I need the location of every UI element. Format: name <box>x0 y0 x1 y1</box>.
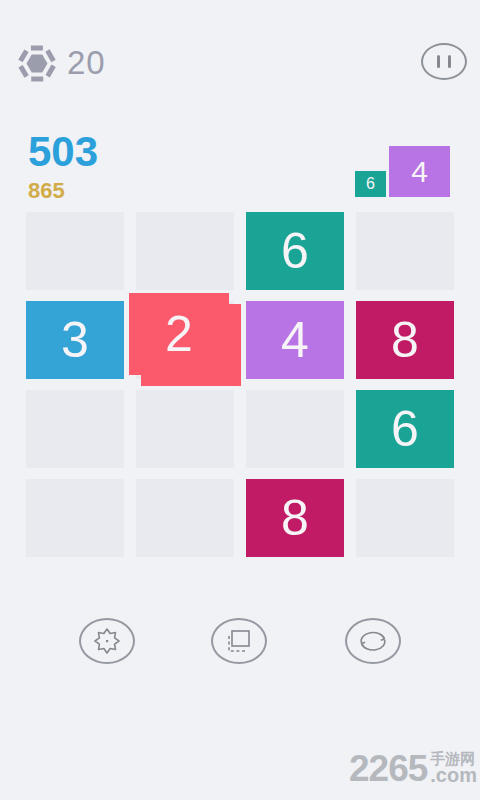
pause-button[interactable] <box>421 43 467 80</box>
gem-counter: 20 <box>16 44 106 82</box>
score-block: 503 865 <box>28 131 98 202</box>
next-tile: 4 <box>389 146 450 197</box>
board-cell <box>136 479 234 557</box>
board-cell <box>136 212 234 290</box>
best-score-value: 865 <box>28 180 98 202</box>
board-cell <box>26 479 124 557</box>
board-cell <box>246 390 344 468</box>
board-cell <box>26 212 124 290</box>
watermark: 2265 手游网 .com <box>349 751 477 784</box>
tile-8[interactable]: 8 <box>246 479 344 557</box>
shuffle-powerup-button[interactable] <box>345 618 401 664</box>
board-cell: 8 <box>246 479 344 557</box>
board-cell <box>356 479 454 557</box>
gem-icon <box>16 45 58 82</box>
board-cell: 4 <box>246 301 344 379</box>
board-cell <box>356 212 454 290</box>
upcoming-tile: 6 <box>355 171 386 197</box>
offset-square-icon <box>224 627 254 655</box>
tile-2-dragging[interactable]: 2 <box>129 293 229 375</box>
score-value: 503 <box>28 131 98 173</box>
game-board: 6324868 <box>26 212 454 557</box>
board-cell: 8 <box>356 301 454 379</box>
board-cell: 6 <box>246 212 344 290</box>
board-cell: 2 <box>136 301 234 379</box>
tile-6[interactable]: 6 <box>246 212 344 290</box>
burst-icon <box>92 626 122 656</box>
board-cell: 3 <box>26 301 124 379</box>
tile-8[interactable]: 8 <box>356 301 454 379</box>
watermark-suffix: .com <box>430 767 477 784</box>
bomb-powerup-button[interactable] <box>79 618 135 664</box>
board-cell <box>136 390 234 468</box>
board-cell <box>26 390 124 468</box>
move-powerup-button[interactable] <box>211 618 267 664</box>
tile-4[interactable]: 4 <box>246 301 344 379</box>
tile-3[interactable]: 3 <box>26 301 124 379</box>
board-cell: 6 <box>356 390 454 468</box>
gem-count: 20 <box>67 44 106 82</box>
watermark-number: 2265 <box>349 754 427 784</box>
refresh-icon <box>356 628 390 654</box>
tile-6[interactable]: 6 <box>356 390 454 468</box>
pause-icon <box>437 55 440 68</box>
game-screen: 20 503 865 6 4 6324868 2265 <box>0 0 480 800</box>
